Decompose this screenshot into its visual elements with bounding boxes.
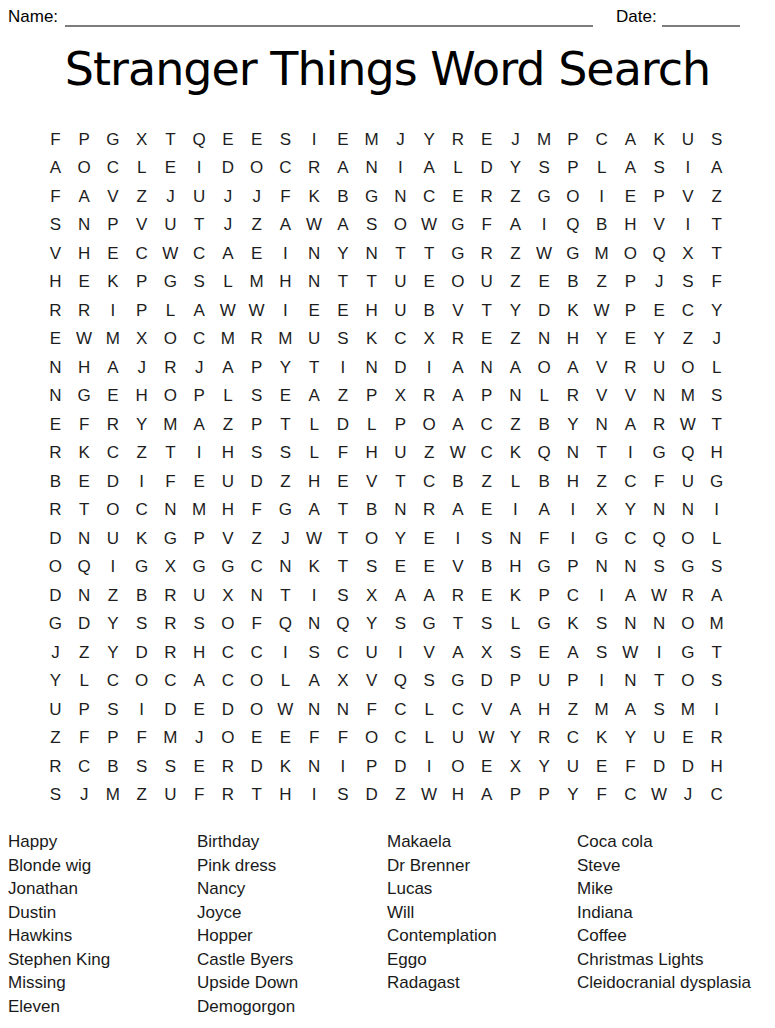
grid-cell[interactable]: R [616, 353, 645, 382]
grid-cell[interactable]: A [185, 410, 214, 439]
grid-cell[interactable]: T [70, 496, 99, 525]
grid-cell[interactable]: C [156, 667, 185, 696]
grid-cell[interactable]: F [645, 467, 674, 496]
grid-cell[interactable]: M [214, 325, 243, 354]
grid-cell[interactable]: I [587, 182, 616, 211]
grid-cell[interactable]: Y [415, 125, 444, 154]
grid-cell[interactable]: P [559, 125, 588, 154]
grid-cell[interactable]: D [242, 467, 271, 496]
grid-cell[interactable]: Y [645, 325, 674, 354]
grid-cell[interactable]: C [472, 439, 501, 468]
grid-cell[interactable]: R [70, 296, 99, 325]
grid-cell[interactable]: D [386, 752, 415, 781]
grid-cell[interactable]: Y [99, 610, 128, 639]
grid-cell[interactable]: L [300, 410, 329, 439]
grid-cell[interactable]: S [702, 125, 731, 154]
grid-cell[interactable]: S [156, 752, 185, 781]
grid-cell[interactable]: R [41, 296, 70, 325]
grid-cell[interactable]: L [156, 296, 185, 325]
grid-cell[interactable]: Y [587, 325, 616, 354]
grid-cell[interactable]: S [530, 154, 559, 183]
grid-cell[interactable]: V [472, 695, 501, 724]
grid-cell[interactable]: N [329, 695, 358, 724]
grid-cell[interactable]: G [559, 239, 588, 268]
grid-cell[interactable]: W [415, 211, 444, 240]
grid-cell[interactable]: T [185, 211, 214, 240]
grid-cell[interactable]: A [99, 353, 128, 382]
grid-cell[interactable]: L [357, 410, 386, 439]
grid-cell[interactable]: W [530, 239, 559, 268]
grid-cell[interactable]: A [616, 581, 645, 610]
grid-cell[interactable]: I [185, 439, 214, 468]
grid-cell[interactable]: A [501, 211, 530, 240]
grid-cell[interactable]: O [156, 325, 185, 354]
grid-cell[interactable]: K [300, 553, 329, 582]
grid-cell[interactable]: C [271, 154, 300, 183]
grid-cell[interactable]: T [702, 211, 731, 240]
grid-cell[interactable]: B [127, 581, 156, 610]
grid-cell[interactable]: F [242, 610, 271, 639]
grid-cell[interactable]: J [41, 638, 70, 667]
grid-cell[interactable]: Z [674, 325, 703, 354]
grid-cell[interactable]: S [357, 553, 386, 582]
grid-cell[interactable]: X [386, 382, 415, 411]
grid-cell[interactable]: B [530, 467, 559, 496]
grid-cell[interactable]: P [242, 353, 271, 382]
grid-cell[interactable]: N [501, 382, 530, 411]
grid-cell[interactable]: L [702, 353, 731, 382]
grid-cell[interactable]: E [271, 724, 300, 753]
grid-cell[interactable]: G [444, 239, 473, 268]
grid-cell[interactable]: P [99, 211, 128, 240]
grid-cell[interactable]: U [386, 296, 415, 325]
grid-cell[interactable]: Y [329, 239, 358, 268]
grid-cell[interactable]: N [300, 610, 329, 639]
grid-cell[interactable]: O [242, 154, 271, 183]
grid-cell[interactable]: G [271, 496, 300, 525]
grid-cell[interactable]: K [559, 610, 588, 639]
grid-cell[interactable]: L [501, 610, 530, 639]
grid-cell[interactable]: J [185, 353, 214, 382]
grid-cell[interactable]: V [587, 353, 616, 382]
grid-cell[interactable]: U [357, 638, 386, 667]
grid-cell[interactable]: C [99, 667, 128, 696]
grid-cell[interactable]: N [645, 382, 674, 411]
grid-cell[interactable]: V [214, 524, 243, 553]
grid-cell[interactable]: D [41, 581, 70, 610]
grid-cell[interactable]: C [386, 695, 415, 724]
grid-cell[interactable]: M [357, 125, 386, 154]
grid-cell[interactable]: F [127, 724, 156, 753]
grid-cell[interactable]: W [300, 211, 329, 240]
grid-cell[interactable]: E [329, 125, 358, 154]
grid-cell[interactable]: I [645, 638, 674, 667]
grid-cell[interactable]: C [702, 781, 731, 810]
grid-cell[interactable]: A [702, 581, 731, 610]
grid-cell[interactable]: I [415, 752, 444, 781]
grid-cell[interactable]: X [674, 239, 703, 268]
grid-cell[interactable]: S [357, 211, 386, 240]
grid-cell[interactable]: N [156, 496, 185, 525]
grid-cell[interactable]: H [41, 268, 70, 297]
grid-cell[interactable]: W [472, 724, 501, 753]
grid-cell[interactable]: I [559, 496, 588, 525]
grid-cell[interactable]: Y [41, 667, 70, 696]
grid-cell[interactable]: S [472, 524, 501, 553]
grid-cell[interactable]: H [559, 325, 588, 354]
grid-cell[interactable]: C [242, 553, 271, 582]
grid-cell[interactable]: G [444, 667, 473, 696]
grid-cell[interactable]: U [156, 211, 185, 240]
grid-cell[interactable]: P [559, 667, 588, 696]
grid-cell[interactable]: D [674, 752, 703, 781]
grid-cell[interactable]: S [41, 211, 70, 240]
grid-cell[interactable]: A [214, 239, 243, 268]
grid-cell[interactable]: Q [645, 239, 674, 268]
grid-cell[interactable]: A [300, 382, 329, 411]
grid-cell[interactable]: N [70, 524, 99, 553]
grid-cell[interactable]: O [242, 695, 271, 724]
grid-cell[interactable]: X [357, 581, 386, 610]
grid-cell[interactable]: M [156, 410, 185, 439]
grid-cell[interactable]: K [587, 724, 616, 753]
grid-cell[interactable]: V [357, 667, 386, 696]
grid-cell[interactable]: W [242, 296, 271, 325]
grid-cell[interactable]: X [127, 325, 156, 354]
grid-cell[interactable]: Z [559, 695, 588, 724]
grid-cell[interactable]: Y [559, 781, 588, 810]
grid-cell[interactable]: Z [271, 467, 300, 496]
grid-cell[interactable]: R [702, 724, 731, 753]
grid-cell[interactable]: V [444, 553, 473, 582]
grid-cell[interactable]: I [616, 439, 645, 468]
grid-cell[interactable]: M [702, 610, 731, 639]
grid-cell[interactable]: Z [127, 439, 156, 468]
grid-cell[interactable]: Z [70, 638, 99, 667]
grid-cell[interactable]: N [357, 239, 386, 268]
grid-cell[interactable]: E [41, 410, 70, 439]
grid-cell[interactable]: G [674, 638, 703, 667]
grid-cell[interactable]: K [501, 581, 530, 610]
grid-cell[interactable]: C [444, 695, 473, 724]
grid-cell[interactable]: R [156, 581, 185, 610]
grid-cell[interactable]: O [674, 610, 703, 639]
grid-cell[interactable]: R [415, 496, 444, 525]
grid-cell[interactable]: Z [501, 410, 530, 439]
grid-cell[interactable]: B [472, 553, 501, 582]
grid-cell[interactable]: N [645, 610, 674, 639]
grid-cell[interactable]: J [214, 182, 243, 211]
grid-cell[interactable]: Q [530, 439, 559, 468]
grid-cell[interactable]: D [99, 467, 128, 496]
grid-cell[interactable]: O [214, 610, 243, 639]
grid-cell[interactable]: M [99, 781, 128, 810]
grid-cell[interactable]: O [674, 667, 703, 696]
grid-cell[interactable]: Q [386, 667, 415, 696]
grid-cell[interactable]: Q [271, 610, 300, 639]
grid-cell[interactable]: E [415, 553, 444, 582]
grid-cell[interactable]: U [472, 268, 501, 297]
grid-cell[interactable]: S [386, 610, 415, 639]
grid-cell[interactable]: D [214, 695, 243, 724]
grid-cell[interactable]: Q [645, 524, 674, 553]
grid-cell[interactable]: Z [501, 182, 530, 211]
grid-cell[interactable]: T [156, 125, 185, 154]
grid-cell[interactable]: D [156, 695, 185, 724]
grid-cell[interactable]: O [674, 524, 703, 553]
grid-cell[interactable]: O [444, 752, 473, 781]
grid-cell[interactable]: E [271, 382, 300, 411]
grid-cell[interactable]: Y [616, 496, 645, 525]
grid-cell[interactable]: H [300, 467, 329, 496]
grid-cell[interactable]: E [156, 154, 185, 183]
grid-cell[interactable]: D [645, 752, 674, 781]
grid-cell[interactable]: S [127, 752, 156, 781]
grid-cell[interactable]: C [559, 581, 588, 610]
grid-cell[interactable]: W [214, 296, 243, 325]
grid-cell[interactable]: R [472, 182, 501, 211]
grid-cell[interactable]: R [41, 496, 70, 525]
grid-cell[interactable]: W [674, 410, 703, 439]
grid-cell[interactable]: Z [702, 182, 731, 211]
grid-cell[interactable]: G [41, 610, 70, 639]
grid-cell[interactable]: N [357, 353, 386, 382]
grid-cell[interactable]: G [156, 524, 185, 553]
grid-cell[interactable]: Y [501, 724, 530, 753]
grid-cell[interactable]: Q [674, 439, 703, 468]
grid-cell[interactable]: D [530, 296, 559, 325]
grid-cell[interactable]: K [127, 524, 156, 553]
grid-cell[interactable]: I [587, 667, 616, 696]
grid-cell[interactable]: J [271, 524, 300, 553]
grid-cell[interactable]: A [472, 781, 501, 810]
grid-cell[interactable]: I [444, 524, 473, 553]
grid-cell[interactable]: N [530, 325, 559, 354]
grid-cell[interactable]: U [99, 524, 128, 553]
grid-cell[interactable]: C [70, 752, 99, 781]
grid-cell[interactable]: I [99, 553, 128, 582]
grid-cell[interactable]: W [156, 239, 185, 268]
grid-cell[interactable]: F [41, 182, 70, 211]
grid-cell[interactable]: V [616, 382, 645, 411]
grid-cell[interactable]: N [386, 496, 415, 525]
grid-cell[interactable]: L [587, 154, 616, 183]
grid-cell[interactable]: R [242, 325, 271, 354]
grid-cell[interactable]: N [300, 268, 329, 297]
grid-cell[interactable]: O [41, 553, 70, 582]
grid-cell[interactable]: C [242, 638, 271, 667]
grid-cell[interactable]: C [616, 467, 645, 496]
grid-cell[interactable]: C [214, 667, 243, 696]
grid-cell[interactable]: H [271, 268, 300, 297]
grid-cell[interactable]: D [329, 410, 358, 439]
grid-cell[interactable]: K [99, 268, 128, 297]
grid-cell[interactable]: E [242, 125, 271, 154]
grid-cell[interactable]: M [185, 496, 214, 525]
grid-cell[interactable]: E [329, 467, 358, 496]
grid-cell[interactable]: S [472, 610, 501, 639]
grid-cell[interactable]: L [271, 667, 300, 696]
grid-cell[interactable]: V [127, 211, 156, 240]
grid-cell[interactable]: U [645, 724, 674, 753]
grid-cell[interactable]: C [127, 239, 156, 268]
grid-cell[interactable]: Y [99, 638, 128, 667]
grid-cell[interactable]: O [386, 211, 415, 240]
grid-cell[interactable]: S [271, 125, 300, 154]
grid-cell[interactable]: L [702, 524, 731, 553]
grid-cell[interactable]: A [300, 496, 329, 525]
grid-cell[interactable]: A [185, 296, 214, 325]
grid-cell[interactable]: E [242, 239, 271, 268]
grid-cell[interactable]: S [127, 610, 156, 639]
grid-cell[interactable]: A [329, 154, 358, 183]
grid-cell[interactable]: G [70, 382, 99, 411]
grid-cell[interactable]: G [156, 268, 185, 297]
grid-cell[interactable]: F [702, 268, 731, 297]
grid-cell[interactable]: G [214, 553, 243, 582]
grid-cell[interactable]: I [127, 467, 156, 496]
grid-cell[interactable]: S [702, 667, 731, 696]
grid-cell[interactable]: N [300, 239, 329, 268]
grid-cell[interactable]: C [386, 325, 415, 354]
grid-cell[interactable]: A [530, 496, 559, 525]
grid-cell[interactable]: D [242, 752, 271, 781]
grid-cell[interactable]: I [300, 125, 329, 154]
grid-cell[interactable]: F [70, 410, 99, 439]
grid-cell[interactable]: O [242, 667, 271, 696]
grid-cell[interactable]: N [386, 182, 415, 211]
grid-cell[interactable]: B [444, 467, 473, 496]
grid-cell[interactable]: N [645, 496, 674, 525]
grid-cell[interactable]: Q [559, 211, 588, 240]
grid-cell[interactable]: T [386, 467, 415, 496]
grid-cell[interactable]: E [472, 496, 501, 525]
grid-cell[interactable]: I [587, 581, 616, 610]
grid-cell[interactable]: E [185, 467, 214, 496]
grid-cell[interactable]: C [185, 325, 214, 354]
grid-cell[interactable]: U [214, 467, 243, 496]
grid-cell[interactable]: N [559, 439, 588, 468]
grid-cell[interactable]: N [271, 553, 300, 582]
grid-cell[interactable]: A [559, 638, 588, 667]
grid-cell[interactable]: T [444, 610, 473, 639]
grid-cell[interactable]: G [127, 553, 156, 582]
grid-cell[interactable]: Z [127, 182, 156, 211]
grid-cell[interactable]: R [415, 382, 444, 411]
grid-cell[interactable]: L [444, 154, 473, 183]
grid-cell[interactable]: X [156, 553, 185, 582]
grid-cell[interactable]: P [501, 667, 530, 696]
grid-cell[interactable]: G [444, 211, 473, 240]
grid-cell[interactable]: A [386, 581, 415, 610]
grid-cell[interactable]: A [41, 154, 70, 183]
grid-cell[interactable]: H [357, 296, 386, 325]
grid-cell[interactable]: A [616, 410, 645, 439]
grid-cell[interactable]: H [501, 553, 530, 582]
grid-cell[interactable]: Y [616, 724, 645, 753]
grid-cell[interactable]: R [444, 125, 473, 154]
grid-cell[interactable]: E [70, 268, 99, 297]
grid-cell[interactable]: E [616, 325, 645, 354]
grid-cell[interactable]: W [415, 781, 444, 810]
grid-cell[interactable]: I [415, 353, 444, 382]
grid-cell[interactable]: P [559, 154, 588, 183]
grid-cell[interactable]: A [702, 154, 731, 183]
grid-cell[interactable]: R [530, 724, 559, 753]
grid-cell[interactable]: W [300, 524, 329, 553]
grid-cell[interactable]: R [214, 752, 243, 781]
grid-cell[interactable]: Y [386, 524, 415, 553]
grid-cell[interactable]: L [70, 667, 99, 696]
grid-cell[interactable]: S [300, 638, 329, 667]
grid-cell[interactable]: U [386, 439, 415, 468]
grid-cell[interactable]: U [674, 125, 703, 154]
grid-cell[interactable]: D [70, 610, 99, 639]
grid-cell[interactable]: D [41, 524, 70, 553]
grid-cell[interactable]: V [41, 239, 70, 268]
grid-cell[interactable]: S [501, 638, 530, 667]
grid-cell[interactable]: H [271, 781, 300, 810]
grid-cell[interactable]: K [300, 182, 329, 211]
grid-cell[interactable]: J [386, 125, 415, 154]
grid-cell[interactable]: G [674, 553, 703, 582]
grid-cell[interactable]: Y [702, 296, 731, 325]
grid-cell[interactable]: O [444, 268, 473, 297]
grid-cell[interactable]: A [444, 638, 473, 667]
grid-cell[interactable]: H [559, 467, 588, 496]
grid-cell[interactable]: F [616, 752, 645, 781]
grid-cell[interactable]: N [300, 695, 329, 724]
grid-cell[interactable]: D [127, 638, 156, 667]
grid-cell[interactable]: S [329, 581, 358, 610]
grid-cell[interactable]: T [329, 524, 358, 553]
grid-cell[interactable]: R [472, 239, 501, 268]
grid-cell[interactable]: C [185, 239, 214, 268]
grid-cell[interactable]: P [616, 296, 645, 325]
grid-cell[interactable]: S [329, 325, 358, 354]
grid-cell[interactable]: U [300, 325, 329, 354]
grid-cell[interactable]: E [99, 239, 128, 268]
grid-cell[interactable]: R [444, 581, 473, 610]
grid-cell[interactable]: I [271, 638, 300, 667]
grid-cell[interactable]: J [645, 268, 674, 297]
grid-cell[interactable]: N [616, 667, 645, 696]
grid-cell[interactable]: S [329, 781, 358, 810]
grid-cell[interactable]: O [127, 667, 156, 696]
grid-cell[interactable]: A [444, 410, 473, 439]
grid-cell[interactable]: W [444, 439, 473, 468]
grid-cell[interactable]: L [214, 382, 243, 411]
grid-cell[interactable]: C [415, 182, 444, 211]
grid-cell[interactable]: C [616, 524, 645, 553]
grid-cell[interactable]: X [214, 581, 243, 610]
grid-cell[interactable]: G [702, 467, 731, 496]
grid-cell[interactable]: N [300, 752, 329, 781]
grid-cell[interactable]: F [472, 211, 501, 240]
grid-cell[interactable]: L [530, 382, 559, 411]
grid-cell[interactable]: I [386, 154, 415, 183]
grid-cell[interactable]: A [415, 154, 444, 183]
grid-cell[interactable]: S [99, 695, 128, 724]
grid-cell[interactable]: F [41, 125, 70, 154]
grid-cell[interactable]: I [300, 581, 329, 610]
grid-cell[interactable]: I [702, 695, 731, 724]
grid-cell[interactable]: I [530, 211, 559, 240]
grid-cell[interactable]: N [41, 382, 70, 411]
grid-cell[interactable]: M [587, 239, 616, 268]
grid-cell[interactable]: F [271, 182, 300, 211]
grid-cell[interactable]: U [156, 781, 185, 810]
